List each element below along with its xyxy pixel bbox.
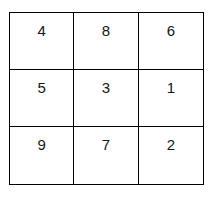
cell-r3c2: 7 [74, 127, 138, 184]
cell-r2c3: 1 [139, 70, 203, 127]
cell-r2c2: 3 [74, 70, 138, 127]
number-grid-board: 4 8 6 5 3 1 9 7 2 [9, 12, 204, 185]
cell-r1c1: 4 [10, 13, 74, 70]
cell-r1c2: 8 [74, 13, 138, 70]
cell-r1c3: 6 [139, 13, 203, 70]
cell-r3c3: 2 [139, 127, 203, 184]
cell-r2c1: 5 [10, 70, 74, 127]
cell-r3c1: 9 [10, 127, 74, 184]
